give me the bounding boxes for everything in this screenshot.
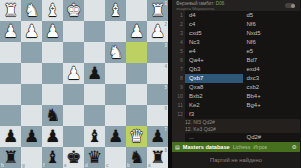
black-pawn-piece[interactable]: ♟ [147,126,168,147]
square-g1[interactable]: ♞ [21,0,42,21]
white-bishop-piece[interactable]: ♝ [105,0,126,21]
square-a2[interactable]: ♟2 [147,21,168,42]
opening-name-line2: защита Маршалла [176,6,300,11]
file-coordinate: d [85,163,88,168]
square-f1[interactable]: ♝ [42,0,63,21]
square-c3[interactable]: ♞ [105,42,126,63]
move-row: ...Qd2# [172,133,300,142]
square-h3[interactable] [0,42,21,63]
square-f3[interactable] [42,42,63,63]
move-row: 5e4e5 [172,47,300,56]
file-coordinate: g [22,163,25,168]
explorer-no-games-message: Партий не найдено [172,152,300,168]
white-move-cell[interactable]: Qa4+ [185,56,243,65]
move-row: 12f3 [172,110,300,119]
move-row: 10Bxb2Bb4+ [172,92,300,101]
rank-coordinate: 4 [164,64,167,69]
chess-board[interactable]: ♜♞♝♚♝♜1♟♟♟♟♟2♞3♟♟45♞6♟♟♟♝♟♛♟7♜hg♝f♚e♛dc♞… [0,0,168,168]
file-coordinate: f [43,163,45,168]
black-move-cell[interactable] [243,110,301,119]
square-e6[interactable] [63,105,84,126]
move-row: 3cxd5Nxd5 [172,29,300,38]
square-f6[interactable]: ♞ [42,105,63,126]
eco-code: D06 [216,1,224,6]
square-h7[interactable]: ♟ [0,126,21,147]
black-pawn-piece[interactable]: ♟ [42,126,63,147]
square-a8[interactable]: ♜8a [147,147,168,168]
white-queen-piece[interactable]: ♛ [126,126,147,147]
file-coordinate: h [1,163,4,168]
move-row: 9Qxa8cxb2 [172,83,300,92]
move-number: 4 [172,38,185,47]
square-g5[interactable] [21,84,42,105]
square-g8[interactable]: g [21,147,42,168]
engine-toggle[interactable] [285,3,295,8]
square-h6[interactable] [0,105,21,126]
square-f2[interactable]: ♟ [42,21,63,42]
move-number: 12 [172,110,185,119]
move-number: 8 [172,74,185,83]
rank-coordinate: 5 [164,85,167,90]
square-b1[interactable] [126,0,147,21]
move-number: 2 [172,20,185,29]
move-list: 1d4d52c4Nf63cxd5Nxd54Nc3Nf65e4e56Qa4+Bd7… [172,11,300,142]
file-coordinate: b [127,163,130,168]
move-number: 1 [172,11,185,20]
opening-explorer-bar: ▤ Masters database Lichess Игрок ⚙ [172,142,300,152]
black-move-cell[interactable]: exd4 [243,65,301,74]
square-b4[interactable] [126,63,147,84]
square-c5[interactable] [105,84,126,105]
black-move-cell[interactable]: Bb4+ [243,92,301,101]
move-number: 10 [172,92,185,101]
square-g4[interactable] [21,63,42,84]
square-d6[interactable] [84,105,105,126]
move-row: 11Ke2Bg4+ [172,101,300,110]
book-icon: ▤ [175,142,180,152]
square-h2[interactable]: ♟ [0,21,21,42]
square-f7[interactable]: ♟ [42,126,63,147]
rank-coordinate: 2 [164,22,167,27]
square-e7[interactable] [63,126,84,147]
black-pawn-piece[interactable]: ♟ [105,126,126,147]
move-number: 7 [172,65,185,74]
square-f5[interactable] [42,84,63,105]
rank-coordinate: 6 [164,106,167,111]
file-coordinate: e [64,163,67,168]
square-d1[interactable] [84,0,105,21]
black-bishop-piece[interactable]: ♝ [84,126,105,147]
variation-line[interactable]: 12. Ke3 Qd2# [172,126,300,133]
white-move-cell[interactable]: Qxa8 [185,83,243,92]
square-e2[interactable] [63,21,84,42]
square-g6[interactable] [21,105,42,126]
square-h8[interactable]: ♜h [0,147,21,168]
black-rook-piece[interactable]: ♜ [147,147,168,168]
square-a1[interactable]: ♜1 [147,0,168,21]
black-move-cell[interactable]: d5 [243,11,301,20]
square-g7[interactable]: ♟ [21,126,42,147]
move-number: 5 [172,47,185,56]
black-knight-piece[interactable]: ♞ [126,147,147,168]
white-move-cell[interactable]: Nc3 [185,38,243,47]
square-h1[interactable]: ♜ [0,0,21,21]
square-c6[interactable] [105,105,126,126]
analysis-panel: Ферзевый гамбит: D06 защита Маршалла 1d4… [172,0,300,168]
white-move-cell[interactable]: ... [185,133,243,142]
black-pawn-piece[interactable]: ♟ [21,126,42,147]
black-move-cell[interactable]: Bd7 [243,56,301,65]
move-number: 6 [172,56,185,65]
white-pawn-piece[interactable]: ♟ [63,63,84,84]
move-number: 3 [172,29,185,38]
square-b3[interactable] [126,42,147,63]
white-rook-piece[interactable]: ♜ [147,0,168,21]
white-knight-piece[interactable]: ♞ [21,0,42,21]
square-d7[interactable]: ♝ [84,126,105,147]
white-bishop-piece[interactable]: ♝ [42,0,63,21]
square-c2[interactable] [105,21,126,42]
white-pawn-piece[interactable]: ♟ [126,21,147,42]
black-bishop-piece[interactable]: ♝ [42,147,63,168]
black-move-cell[interactable]: cxb2 [243,83,301,92]
white-move-cell[interactable]: Ke2 [185,101,243,110]
white-move-cell[interactable]: Qxb7 [185,74,243,83]
square-b6[interactable] [126,105,147,126]
black-move-cell[interactable]: Qd2# [243,133,301,142]
explorer-tab-lichess[interactable]: Lichess [233,144,251,150]
square-g3[interactable] [21,42,42,63]
white-rook-piece[interactable]: ♜ [0,0,21,21]
toggle-knob [291,4,295,8]
white-pawn-piece[interactable]: ♟ [0,21,21,42]
black-queen-piece[interactable]: ♛ [84,147,105,168]
move-row: 8Qxb7dxc3 [172,74,300,83]
square-f8[interactable]: ♝f [42,147,63,168]
move-row: 2c4Nf6 [172,20,300,29]
black-king-piece[interactable]: ♚ [63,147,84,168]
rank-coordinate: 1 [164,1,167,6]
square-a6[interactable]: 6 [147,105,168,126]
white-pawn-piece[interactable]: ♟ [21,21,42,42]
square-d5[interactable] [84,84,105,105]
square-a5[interactable]: 5 [147,84,168,105]
square-c8[interactable]: c [105,147,126,168]
move-number: 11 [172,101,185,110]
opening-header: Ферзевый гамбит: D06 защита Маршалла [172,0,300,11]
square-c4[interactable] [105,63,126,84]
square-d3[interactable] [84,42,105,63]
square-a3[interactable]: 3 [147,42,168,63]
square-d8[interactable]: ♛d [84,147,105,168]
black-rook-piece[interactable]: ♜ [0,147,21,168]
square-a7[interactable]: ♟7 [147,126,168,147]
white-move-cell[interactable]: cxd5 [185,29,243,38]
square-b8[interactable]: ♞b [126,147,147,168]
white-move-cell[interactable]: e4 [185,47,243,56]
black-move-cell[interactable]: e5 [243,47,301,56]
rank-coordinate: 3 [164,43,167,48]
black-move-cell[interactable]: Nf6 [243,20,301,29]
square-e3[interactable] [63,42,84,63]
move-row: 7Qb3exd4 [172,65,300,74]
variation-line[interactable]: 12. Nf3 Qd2# [172,119,300,126]
square-b7[interactable]: ♛ [126,126,147,147]
square-h5[interactable] [0,84,21,105]
white-move-cell[interactable]: Qb3 [185,65,243,74]
white-move-cell[interactable]: Bxb2 [185,92,243,101]
square-g2[interactable]: ♟ [21,21,42,42]
explorer-tab-masters[interactable]: Masters database [183,144,230,150]
square-b5[interactable] [126,84,147,105]
square-e4[interactable]: ♟ [63,63,84,84]
black-move-cell[interactable]: Nxd5 [243,29,301,38]
square-d4[interactable]: ♟ [84,63,105,84]
white-move-cell[interactable]: f3 [185,110,243,119]
file-coordinate: c [106,163,109,168]
rank-coordinate: 8 [164,148,167,153]
black-knight-piece[interactable]: ♞ [42,105,63,126]
square-e5[interactable] [63,84,84,105]
square-f4[interactable] [42,63,63,84]
black-move-cell[interactable]: Nf6 [243,38,301,47]
white-king-piece[interactable]: ♚ [63,0,84,21]
square-c1[interactable]: ♝ [105,0,126,21]
square-c7[interactable]: ♟ [105,126,126,147]
square-e8[interactable]: ♚e [63,147,84,168]
move-row: 6Qa4+Bd7 [172,56,300,65]
white-pawn-piece[interactable]: ♟ [147,21,168,42]
black-move-cell[interactable]: Bg4+ [243,101,301,110]
white-pawn-piece[interactable]: ♟ [42,21,63,42]
black-move-cell[interactable]: dxc3 [243,74,301,83]
file-coordinate: a [148,163,151,168]
white-move-cell[interactable]: c4 [185,20,243,29]
square-e1[interactable]: ♚ [63,0,84,21]
square-h4[interactable] [0,63,21,84]
white-move-cell[interactable]: d4 [185,11,243,20]
move-row: 1d4d5 [172,11,300,20]
explorer-tab-player[interactable]: Игрок [253,144,267,150]
square-d2[interactable] [84,21,105,42]
move-number: 9 [172,83,185,92]
black-pawn-piece[interactable]: ♟ [0,126,21,147]
gear-icon[interactable]: ⚙ [292,142,297,152]
white-knight-piece[interactable]: ♞ [105,42,126,63]
rank-coordinate: 7 [164,127,167,132]
move-number [172,133,185,142]
square-a4[interactable]: 4 [147,63,168,84]
black-pawn-piece[interactable]: ♟ [84,63,105,84]
move-row: 4Nc3Nf6 [172,38,300,47]
square-b2[interactable]: ♟ [126,21,147,42]
